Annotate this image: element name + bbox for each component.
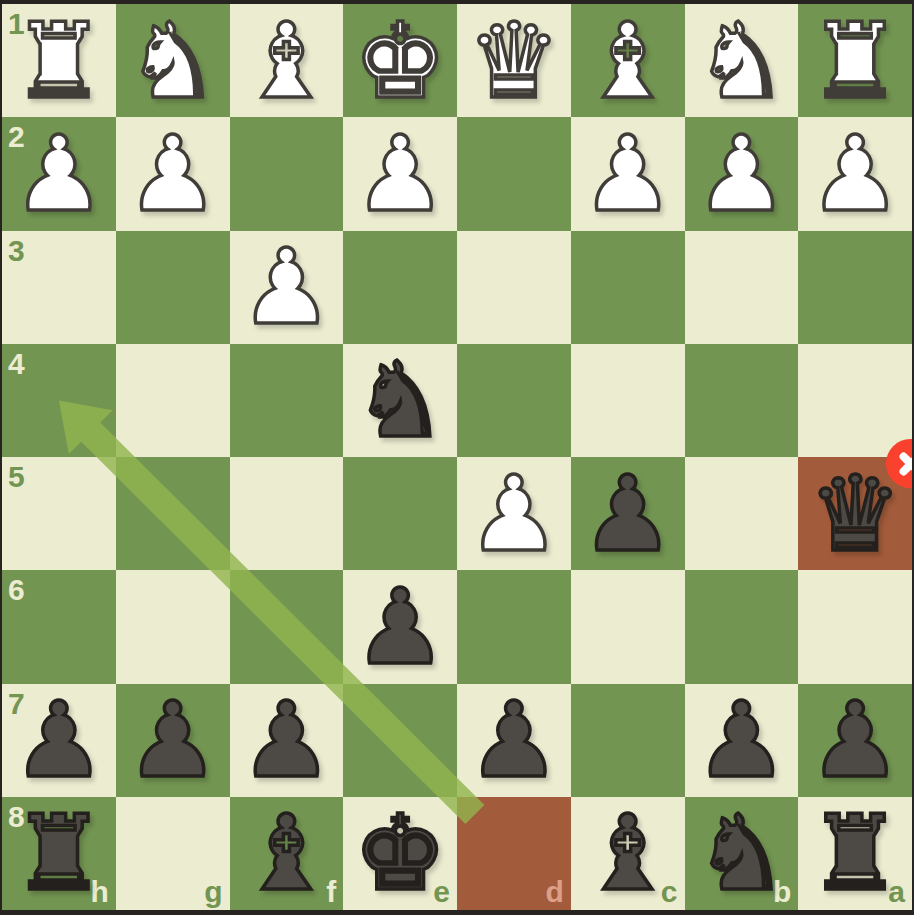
piece-black-pawn[interactable]: ♟ (685, 684, 799, 797)
piece-white-knight[interactable]: ♞ (116, 4, 230, 117)
square-d4[interactable] (457, 344, 571, 457)
square-e6[interactable]: ♟ (343, 570, 457, 683)
square-d1[interactable]: ♛ (457, 4, 571, 117)
piece-white-pawn[interactable]: ♟ (798, 117, 912, 230)
piece-white-rook[interactable]: ♜ (798, 4, 912, 117)
square-e2[interactable]: ♟ (343, 117, 457, 230)
rank-label-3: 3 (8, 236, 25, 266)
square-f1[interactable]: ♝ (230, 4, 344, 117)
piece-black-pawn[interactable]: ♟ (457, 684, 571, 797)
board: 1♜♞♝♚♛♝♞♜2♟♟♟♟♟♟3♟4♞5♟♟♛6♟7♟♟♟♟♟♟8h♜gf♝e… (2, 4, 912, 910)
square-b1[interactable]: ♞ (685, 4, 799, 117)
rank-label-5: 5 (8, 462, 25, 492)
square-f4[interactable] (230, 344, 344, 457)
piece-black-bishop[interactable]: ♝ (230, 797, 344, 910)
square-f2[interactable] (230, 117, 344, 230)
square-h4[interactable]: 4 (2, 344, 116, 457)
square-c2[interactable]: ♟ (571, 117, 685, 230)
square-a4[interactable] (798, 344, 912, 457)
square-g8[interactable]: g (116, 797, 230, 910)
square-h7[interactable]: 7♟ (2, 684, 116, 797)
piece-black-rook[interactable]: ♜ (2, 797, 116, 910)
piece-white-bishop[interactable]: ♝ (571, 4, 685, 117)
piece-black-pawn[interactable]: ♟ (343, 570, 457, 683)
square-a5[interactable]: ♛ (798, 457, 912, 570)
square-a8[interactable]: a♜ (798, 797, 912, 910)
square-h1[interactable]: 1♜ (2, 4, 116, 117)
square-b3[interactable] (685, 231, 799, 344)
square-e7[interactable] (343, 684, 457, 797)
square-c7[interactable] (571, 684, 685, 797)
square-g2[interactable]: ♟ (116, 117, 230, 230)
square-c8[interactable]: c♝ (571, 797, 685, 910)
square-g7[interactable]: ♟ (116, 684, 230, 797)
square-e3[interactable] (343, 231, 457, 344)
square-a6[interactable] (798, 570, 912, 683)
square-g6[interactable] (116, 570, 230, 683)
square-f3[interactable]: ♟ (230, 231, 344, 344)
square-d2[interactable] (457, 117, 571, 230)
square-b5[interactable] (685, 457, 799, 570)
rank-label-4: 4 (8, 349, 25, 379)
square-f5[interactable] (230, 457, 344, 570)
square-d8[interactable]: d (457, 797, 571, 910)
piece-white-rook[interactable]: ♜ (2, 4, 116, 117)
square-e4[interactable]: ♞ (343, 344, 457, 457)
piece-black-rook[interactable]: ♜ (798, 797, 912, 910)
piece-black-pawn[interactable]: ♟ (798, 684, 912, 797)
square-a1[interactable]: ♜ (798, 4, 912, 117)
square-b6[interactable] (685, 570, 799, 683)
piece-white-pawn[interactable]: ♟ (2, 117, 116, 230)
piece-black-pawn[interactable]: ♟ (571, 457, 685, 570)
file-label-g: g (204, 877, 222, 907)
piece-white-pawn[interactable]: ♟ (343, 117, 457, 230)
chess-board-frame: 1♜♞♝♚♛♝♞♜2♟♟♟♟♟♟3♟4♞5♟♟♛6♟7♟♟♟♟♟♟8h♜gf♝e… (0, 0, 914, 915)
piece-black-king[interactable]: ♚ (343, 797, 457, 910)
square-h8[interactable]: 8h♜ (2, 797, 116, 910)
piece-white-queen[interactable]: ♛ (457, 4, 571, 117)
square-d3[interactable] (457, 231, 571, 344)
piece-black-pawn[interactable]: ♟ (230, 684, 344, 797)
square-g1[interactable]: ♞ (116, 4, 230, 117)
square-a7[interactable]: ♟ (798, 684, 912, 797)
square-f8[interactable]: f♝ (230, 797, 344, 910)
piece-black-pawn[interactable]: ♟ (2, 684, 116, 797)
piece-white-king[interactable]: ♚ (343, 4, 457, 117)
square-g3[interactable] (116, 231, 230, 344)
square-e8[interactable]: e♚ (343, 797, 457, 910)
square-h2[interactable]: 2♟ (2, 117, 116, 230)
piece-white-pawn[interactable]: ♟ (685, 117, 799, 230)
square-c3[interactable] (571, 231, 685, 344)
square-b2[interactable]: ♟ (685, 117, 799, 230)
square-b4[interactable] (685, 344, 799, 457)
square-h5[interactable]: 5 (2, 457, 116, 570)
piece-black-pawn[interactable]: ♟ (116, 684, 230, 797)
square-c4[interactable] (571, 344, 685, 457)
square-d7[interactable]: ♟ (457, 684, 571, 797)
square-f7[interactable]: ♟ (230, 684, 344, 797)
square-d5[interactable]: ♟ (457, 457, 571, 570)
square-c5[interactable]: ♟ (571, 457, 685, 570)
file-label-d: d (545, 877, 563, 907)
piece-white-knight[interactable]: ♞ (685, 4, 799, 117)
piece-white-pawn[interactable]: ♟ (457, 457, 571, 570)
piece-white-pawn[interactable]: ♟ (571, 117, 685, 230)
piece-white-pawn[interactable]: ♟ (230, 231, 344, 344)
square-g5[interactable] (116, 457, 230, 570)
square-g4[interactable] (116, 344, 230, 457)
square-b7[interactable]: ♟ (685, 684, 799, 797)
piece-white-pawn[interactable]: ♟ (116, 117, 230, 230)
square-d6[interactable] (457, 570, 571, 683)
piece-black-knight[interactable]: ♞ (343, 344, 457, 457)
piece-black-knight[interactable]: ♞ (685, 797, 799, 910)
square-a3[interactable] (798, 231, 912, 344)
piece-white-bishop[interactable]: ♝ (230, 4, 344, 117)
square-b8[interactable]: b♞ (685, 797, 799, 910)
square-a2[interactable]: ♟ (798, 117, 912, 230)
square-f6[interactable] (230, 570, 344, 683)
square-h6[interactable]: 6 (2, 570, 116, 683)
square-e5[interactable] (343, 457, 457, 570)
square-h3[interactable]: 3 (2, 231, 116, 344)
square-e1[interactable]: ♚ (343, 4, 457, 117)
square-c1[interactable]: ♝ (571, 4, 685, 117)
piece-black-bishop[interactable]: ♝ (571, 797, 685, 910)
square-c6[interactable] (571, 570, 685, 683)
rank-label-6: 6 (8, 575, 25, 605)
